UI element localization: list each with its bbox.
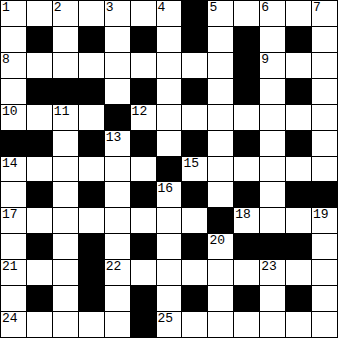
white-cell[interactable]	[182, 312, 207, 337]
white-cell[interactable]	[208, 79, 233, 104]
clue-number: 13	[106, 131, 122, 144]
white-cell[interactable]	[53, 27, 78, 52]
clue-number: 20	[209, 234, 225, 247]
clue-number: 11	[54, 105, 70, 118]
white-cell[interactable]: 24	[1, 312, 26, 337]
clue-number: 4	[158, 1, 166, 14]
black-cell	[234, 286, 259, 311]
clue-number: 23	[261, 260, 277, 273]
black-cell	[1, 131, 26, 156]
clue-number: 17	[2, 208, 18, 221]
white-cell[interactable]	[208, 105, 233, 130]
black-cell	[182, 234, 207, 259]
black-cell	[79, 27, 104, 52]
white-cell[interactable]	[105, 234, 130, 259]
white-cell[interactable]	[260, 105, 285, 130]
white-cell[interactable]: 4	[157, 1, 182, 26]
clue-number: 25	[158, 312, 174, 325]
white-cell[interactable]: 7	[312, 1, 337, 26]
white-cell[interactable]	[157, 53, 182, 78]
white-cell[interactable]: 6	[260, 1, 285, 26]
clue-number: 22	[106, 260, 122, 273]
white-cell[interactable]	[260, 286, 285, 311]
white-cell[interactable]	[182, 208, 207, 233]
clue-number: 19	[313, 208, 329, 221]
white-cell[interactable]: 5	[208, 1, 233, 26]
white-cell[interactable]	[53, 131, 78, 156]
clue-number: 9	[261, 53, 269, 66]
white-cell[interactable]	[260, 157, 285, 182]
black-cell	[131, 234, 156, 259]
clue-number: 7	[313, 1, 321, 14]
white-cell[interactable]: 1	[1, 1, 26, 26]
black-cell	[286, 234, 311, 259]
black-cell	[79, 234, 104, 259]
black-cell	[182, 131, 207, 156]
white-cell[interactable]: 11	[53, 105, 78, 130]
black-cell	[260, 234, 285, 259]
white-cell[interactable]	[27, 260, 52, 285]
white-cell[interactable]	[208, 53, 233, 78]
white-cell[interactable]	[105, 312, 130, 337]
white-cell[interactable]	[79, 312, 104, 337]
white-cell[interactable]	[79, 208, 104, 233]
white-cell[interactable]	[312, 234, 337, 259]
black-cell	[105, 105, 130, 130]
white-cell[interactable]	[234, 105, 259, 130]
white-cell[interactable]	[1, 79, 26, 104]
black-cell	[79, 79, 104, 104]
white-cell[interactable]	[234, 260, 259, 285]
black-cell	[79, 131, 104, 156]
white-cell[interactable]	[53, 286, 78, 311]
white-cell[interactable]	[131, 260, 156, 285]
white-cell[interactable]: 13	[105, 131, 130, 156]
white-cell[interactable]	[312, 312, 337, 337]
black-cell	[53, 79, 78, 104]
black-cell	[312, 182, 337, 207]
black-cell	[27, 286, 52, 311]
white-cell[interactable]	[286, 157, 311, 182]
white-cell[interactable]	[157, 208, 182, 233]
black-cell	[182, 182, 207, 207]
white-cell[interactable]	[208, 312, 233, 337]
black-cell	[131, 286, 156, 311]
white-cell[interactable]	[131, 53, 156, 78]
white-cell[interactable]	[312, 260, 337, 285]
clue-number: 3	[106, 1, 114, 14]
white-cell[interactable]: 9	[260, 53, 285, 78]
white-cell[interactable]	[157, 286, 182, 311]
white-cell[interactable]	[182, 260, 207, 285]
white-cell[interactable]	[157, 105, 182, 130]
white-cell[interactable]	[1, 234, 26, 259]
white-cell[interactable]: 19	[312, 208, 337, 233]
white-cell[interactable]	[131, 1, 156, 26]
black-cell	[131, 312, 156, 337]
white-cell[interactable]	[105, 27, 130, 52]
white-cell[interactable]: 3	[105, 1, 130, 26]
white-cell[interactable]	[53, 312, 78, 337]
white-cell[interactable]: 16	[157, 182, 182, 207]
clue-number: 6	[261, 1, 269, 14]
clue-number: 8	[2, 53, 10, 66]
white-cell[interactable]	[286, 1, 311, 26]
white-cell[interactable]	[260, 208, 285, 233]
black-cell	[79, 182, 104, 207]
white-cell[interactable]	[260, 312, 285, 337]
white-cell[interactable]	[27, 53, 52, 78]
black-cell	[182, 27, 207, 52]
white-cell[interactable]	[79, 105, 104, 130]
white-cell[interactable]	[53, 53, 78, 78]
white-cell[interactable]	[157, 260, 182, 285]
black-cell	[234, 131, 259, 156]
white-cell[interactable]: 22	[105, 260, 130, 285]
white-cell[interactable]: 25	[157, 312, 182, 337]
white-cell[interactable]	[286, 312, 311, 337]
clue-number: 10	[2, 105, 18, 118]
white-cell[interactable]	[312, 286, 337, 311]
crossword-grid: 1234567891011121314151617181920212223242…	[0, 0, 338, 338]
white-cell[interactable]	[27, 105, 52, 130]
white-cell[interactable]	[27, 208, 52, 233]
black-cell	[27, 131, 52, 156]
black-cell	[286, 286, 311, 311]
white-cell[interactable]	[286, 53, 311, 78]
white-cell[interactable]	[79, 1, 104, 26]
clue-number: 21	[2, 260, 18, 273]
white-cell[interactable]	[131, 157, 156, 182]
white-cell[interactable]	[27, 1, 52, 26]
black-cell	[131, 79, 156, 104]
white-cell[interactable]	[208, 286, 233, 311]
white-cell[interactable]	[208, 27, 233, 52]
black-cell	[27, 182, 52, 207]
white-cell[interactable]	[234, 1, 259, 26]
white-cell[interactable]	[182, 53, 207, 78]
white-cell[interactable]	[260, 182, 285, 207]
clue-number: 14	[2, 157, 18, 170]
white-cell[interactable]	[105, 53, 130, 78]
black-cell	[182, 1, 207, 26]
white-cell[interactable]	[79, 53, 104, 78]
black-cell	[27, 234, 52, 259]
white-cell[interactable]	[286, 105, 311, 130]
clue-number: 15	[183, 157, 199, 170]
white-cell[interactable]	[157, 27, 182, 52]
white-cell[interactable]	[312, 79, 337, 104]
white-cell[interactable]: 14	[1, 157, 26, 182]
white-cell[interactable]	[208, 182, 233, 207]
white-cell[interactable]	[234, 157, 259, 182]
white-cell[interactable]	[157, 131, 182, 156]
white-cell[interactable]	[131, 208, 156, 233]
white-cell[interactable]	[312, 105, 337, 130]
white-cell[interactable]: 20	[208, 234, 233, 259]
white-cell[interactable]	[260, 27, 285, 52]
white-cell[interactable]	[286, 260, 311, 285]
black-cell	[131, 182, 156, 207]
white-cell[interactable]	[260, 79, 285, 104]
black-cell	[182, 286, 207, 311]
black-cell	[208, 208, 233, 233]
crossword-puzzle: 1234567891011121314151617181920212223242…	[0, 0, 338, 338]
black-cell	[286, 79, 311, 104]
black-cell	[27, 27, 52, 52]
white-cell[interactable]	[208, 131, 233, 156]
clue-number: 18	[235, 208, 251, 221]
white-cell[interactable]: 23	[260, 260, 285, 285]
white-cell[interactable]: 15	[182, 157, 207, 182]
white-cell[interactable]: 12	[131, 105, 156, 130]
white-cell[interactable]	[312, 27, 337, 52]
clue-number: 12	[132, 105, 148, 118]
white-cell[interactable]: 2	[53, 1, 78, 26]
white-cell[interactable]	[53, 260, 78, 285]
white-cell[interactable]	[182, 105, 207, 130]
white-cell[interactable]: 8	[1, 53, 26, 78]
black-cell	[79, 286, 104, 311]
white-cell[interactable]	[105, 182, 130, 207]
clue-number: 16	[158, 182, 174, 195]
white-cell[interactable]: 17	[1, 208, 26, 233]
white-cell[interactable]	[53, 157, 78, 182]
clue-number: 2	[54, 1, 62, 14]
white-cell[interactable]	[286, 208, 311, 233]
black-cell	[79, 260, 104, 285]
black-cell	[182, 79, 207, 104]
white-cell[interactable]	[53, 208, 78, 233]
black-cell	[131, 131, 156, 156]
white-cell[interactable]	[234, 312, 259, 337]
white-cell[interactable]	[105, 79, 130, 104]
black-cell	[234, 182, 259, 207]
white-cell[interactable]	[1, 182, 26, 207]
black-cell	[234, 234, 259, 259]
white-cell[interactable]	[53, 182, 78, 207]
white-cell[interactable]	[27, 157, 52, 182]
white-cell[interactable]	[105, 157, 130, 182]
white-cell[interactable]	[312, 53, 337, 78]
clue-number: 24	[2, 312, 18, 325]
black-cell	[286, 27, 311, 52]
black-cell	[234, 79, 259, 104]
white-cell[interactable]	[157, 234, 182, 259]
white-cell[interactable]	[27, 312, 52, 337]
white-cell[interactable]: 21	[1, 260, 26, 285]
white-cell[interactable]	[105, 286, 130, 311]
black-cell	[157, 157, 182, 182]
black-cell	[286, 182, 311, 207]
white-cell[interactable]	[312, 157, 337, 182]
white-cell[interactable]	[79, 157, 104, 182]
black-cell	[131, 27, 156, 52]
white-cell[interactable]: 18	[234, 208, 259, 233]
white-cell[interactable]	[260, 131, 285, 156]
white-cell[interactable]	[208, 260, 233, 285]
white-cell[interactable]	[1, 27, 26, 52]
black-cell	[27, 79, 52, 104]
black-cell	[234, 53, 259, 78]
white-cell[interactable]	[105, 208, 130, 233]
white-cell[interactable]	[53, 234, 78, 259]
white-cell[interactable]	[157, 79, 182, 104]
black-cell	[234, 27, 259, 52]
white-cell[interactable]: 10	[1, 105, 26, 130]
white-cell[interactable]	[1, 286, 26, 311]
white-cell[interactable]	[208, 157, 233, 182]
clue-number: 5	[209, 1, 217, 14]
black-cell	[286, 131, 311, 156]
white-cell[interactable]	[312, 131, 337, 156]
clue-number: 1	[2, 1, 10, 14]
